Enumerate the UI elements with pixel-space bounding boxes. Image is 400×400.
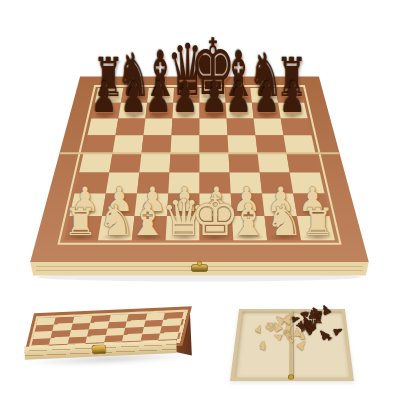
square-e5 — [200, 135, 229, 153]
square-a4 — [79, 153, 112, 172]
square-h4 — [287, 153, 320, 172]
product-photo: ♜♞♝♛♚♝♞♜♟♟♟♟♟♟♟♟♟♟♟♟♟♟♟♟♜♞♝♛♚♝♞♜ ♟♟♟♞♝♜♟… — [0, 0, 400, 400]
square-e8 — [200, 88, 226, 103]
square-c4 — [139, 153, 170, 172]
square-h1 — [297, 216, 335, 240]
square-d8 — [173, 88, 199, 103]
square-g1 — [265, 216, 302, 240]
square-g8 — [250, 88, 278, 103]
square-b5 — [113, 135, 144, 153]
tray-divider — [289, 312, 293, 378]
square-h7 — [278, 103, 308, 119]
square-g2 — [262, 193, 297, 216]
square-d5 — [171, 135, 200, 153]
square-b7 — [118, 103, 147, 119]
square-a6 — [88, 118, 119, 135]
square-h5 — [284, 135, 316, 153]
square-g7 — [252, 103, 281, 119]
square-f5 — [228, 135, 258, 153]
square-f4 — [229, 153, 260, 172]
square-d7 — [172, 103, 199, 119]
square-b8 — [121, 88, 149, 103]
square-c7 — [145, 103, 173, 119]
square-b4 — [109, 153, 141, 172]
square-e3 — [200, 173, 231, 194]
square-g6 — [254, 118, 284, 135]
square-d4 — [169, 153, 199, 172]
square-e1 — [200, 216, 234, 240]
square-c1 — [132, 216, 167, 240]
square-h8 — [276, 88, 305, 103]
square-h2 — [293, 193, 329, 216]
square-c2 — [135, 193, 169, 216]
square-h6 — [281, 118, 312, 135]
square-b6 — [116, 118, 146, 135]
square-b2 — [102, 193, 137, 216]
square-c8 — [147, 88, 174, 103]
square-d1 — [166, 216, 200, 240]
brass-clasp-knob — [197, 261, 201, 265]
square-d3 — [168, 173, 199, 194]
square-g3 — [260, 173, 294, 194]
square-g4 — [258, 153, 290, 172]
tray-box — [230, 309, 354, 381]
square-a3 — [75, 173, 110, 194]
square-b1 — [98, 216, 135, 240]
square-f8 — [225, 88, 252, 103]
square-f3 — [230, 173, 262, 194]
brass-clasp — [92, 345, 105, 354]
square-d2 — [167, 193, 200, 216]
square-a2 — [70, 193, 106, 216]
square-a7 — [91, 103, 121, 119]
square-a8 — [95, 88, 124, 103]
brass-pin — [288, 375, 293, 379]
square-e2 — [200, 193, 233, 216]
square-b3 — [106, 173, 140, 194]
storage-tray: ♟♟♟♞♝♜♟♛♟♞♜♝♟♟♚♟ ♟♟♟♞♝♜♟♛♟♞♜♝♟♟♚♟ — [228, 287, 356, 381]
square-f1 — [232, 216, 267, 240]
square-c6 — [144, 118, 173, 135]
square-a1 — [64, 216, 102, 240]
folded-chessboard — [19, 304, 199, 372]
square-f2 — [231, 193, 265, 216]
square-e4 — [200, 153, 230, 172]
square-g5 — [256, 135, 287, 153]
square-f6 — [227, 118, 256, 135]
square-d6 — [172, 118, 200, 135]
square-c5 — [142, 135, 172, 153]
square-e6 — [200, 118, 228, 135]
square-c3 — [137, 173, 169, 194]
square-a5 — [84, 135, 116, 153]
square-e7 — [200, 103, 227, 119]
square-h3 — [290, 173, 325, 194]
square-f7 — [226, 103, 254, 119]
